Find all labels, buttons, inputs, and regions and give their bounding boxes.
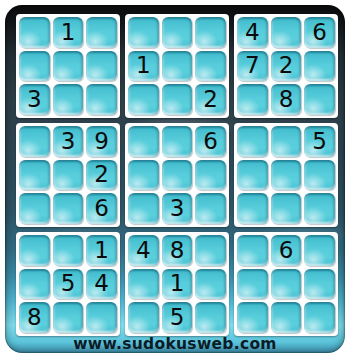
cell-r2c5[interactable]: [162, 51, 193, 82]
cell-r6c6[interactable]: [195, 193, 226, 224]
cell-r1c1[interactable]: [19, 17, 50, 48]
cell-r2c3[interactable]: [86, 51, 117, 82]
cell-r3c1[interactable]: 3: [19, 84, 50, 115]
cell-r4c8[interactable]: [271, 126, 302, 157]
cell-r3c9[interactable]: [304, 84, 335, 115]
cell-r3c4[interactable]: [128, 84, 159, 115]
cell-r4c5[interactable]: [162, 126, 193, 157]
cell-r7c7[interactable]: [237, 235, 268, 266]
cell-r9c2[interactable]: [53, 302, 84, 333]
cell-r8c5[interactable]: 1: [162, 269, 193, 300]
cell-r2c2[interactable]: [53, 51, 84, 82]
cell-r9c4[interactable]: [128, 302, 159, 333]
cell-r1c5[interactable]: [162, 17, 193, 48]
cell-r5c1[interactable]: [19, 160, 50, 191]
sudoku-box-5: 63: [125, 123, 229, 227]
cell-r1c3[interactable]: [86, 17, 117, 48]
cell-r6c1[interactable]: [19, 193, 50, 224]
cell-r8c7[interactable]: [237, 269, 268, 300]
cell-r2c4[interactable]: 1: [128, 51, 159, 82]
sudoku-box-9: 6: [234, 232, 338, 336]
sudoku-box-grid: 1312467283926635154848156: [16, 14, 338, 336]
cell-r4c7[interactable]: [237, 126, 268, 157]
cell-r2c1[interactable]: [19, 51, 50, 82]
cell-r9c9[interactable]: [304, 302, 335, 333]
cell-r5c9[interactable]: [304, 160, 335, 191]
cell-r5c3[interactable]: 2: [86, 160, 117, 191]
cell-r6c2[interactable]: [53, 193, 84, 224]
site-url-link[interactable]: www.sudokusweb.com: [5, 335, 345, 353]
cell-r8c2[interactable]: 5: [53, 269, 84, 300]
cell-r9c1[interactable]: 8: [19, 302, 50, 333]
cell-r3c8[interactable]: 8: [271, 84, 302, 115]
cell-r2c6[interactable]: [195, 51, 226, 82]
cell-r2c8[interactable]: 2: [271, 51, 302, 82]
sudoku-board: 1312467283926635154848156 www.sudokusweb…: [5, 5, 345, 353]
cell-r1c6[interactable]: [195, 17, 226, 48]
cell-r3c2[interactable]: [53, 84, 84, 115]
cell-r5c6[interactable]: [195, 160, 226, 191]
cell-r7c4[interactable]: 4: [128, 235, 159, 266]
cell-r5c8[interactable]: [271, 160, 302, 191]
cell-r9c6[interactable]: [195, 302, 226, 333]
cell-r8c8[interactable]: [271, 269, 302, 300]
sudoku-box-8: 4815: [125, 232, 229, 336]
sudoku-box-6: 5: [234, 123, 338, 227]
cell-r8c9[interactable]: [304, 269, 335, 300]
cell-r9c8[interactable]: [271, 302, 302, 333]
cell-r7c6[interactable]: [195, 235, 226, 266]
cell-r8c3[interactable]: 4: [86, 269, 117, 300]
cell-r3c5[interactable]: [162, 84, 193, 115]
cell-r2c9[interactable]: [304, 51, 335, 82]
cell-r8c6[interactable]: [195, 269, 226, 300]
sudoku-box-7: 1548: [16, 232, 120, 336]
sudoku-box-4: 3926: [16, 123, 120, 227]
cell-r6c4[interactable]: [128, 193, 159, 224]
cell-r3c3[interactable]: [86, 84, 117, 115]
cell-r6c9[interactable]: [304, 193, 335, 224]
cell-r8c1[interactable]: [19, 269, 50, 300]
cell-r3c7[interactable]: [237, 84, 268, 115]
cell-r7c8[interactable]: 6: [271, 235, 302, 266]
cell-r7c5[interactable]: 8: [162, 235, 193, 266]
cell-r5c5[interactable]: [162, 160, 193, 191]
cell-r5c4[interactable]: [128, 160, 159, 191]
cell-r4c9[interactable]: 5: [304, 126, 335, 157]
cell-r4c2[interactable]: 3: [53, 126, 84, 157]
cell-r3c6[interactable]: 2: [195, 84, 226, 115]
page: { "game": "sudoku", "position": ".1....4…: [0, 0, 350, 360]
cell-r7c1[interactable]: [19, 235, 50, 266]
cell-r5c7[interactable]: [237, 160, 268, 191]
sudoku-box-3: 46728: [234, 14, 338, 118]
cell-r1c2[interactable]: 1: [53, 17, 84, 48]
sudoku-box-2: 12: [125, 14, 229, 118]
cell-r1c8[interactable]: [271, 17, 302, 48]
cell-r1c9[interactable]: 6: [304, 17, 335, 48]
sudoku-box-1: 13: [16, 14, 120, 118]
cell-r4c1[interactable]: [19, 126, 50, 157]
cell-r2c7[interactable]: 7: [237, 51, 268, 82]
cell-r4c6[interactable]: 6: [195, 126, 226, 157]
cell-r7c3[interactable]: 1: [86, 235, 117, 266]
cell-r5c2[interactable]: [53, 160, 84, 191]
cell-r9c7[interactable]: [237, 302, 268, 333]
cell-r1c4[interactable]: [128, 17, 159, 48]
cell-r7c9[interactable]: [304, 235, 335, 266]
cell-r1c7[interactable]: 4: [237, 17, 268, 48]
cell-r6c8[interactable]: [271, 193, 302, 224]
cell-r9c5[interactable]: 5: [162, 302, 193, 333]
cell-r9c3[interactable]: [86, 302, 117, 333]
cell-r8c4[interactable]: [128, 269, 159, 300]
cell-r6c7[interactable]: [237, 193, 268, 224]
cell-r7c2[interactable]: [53, 235, 84, 266]
cell-r6c3[interactable]: 6: [86, 193, 117, 224]
cell-r4c4[interactable]: [128, 126, 159, 157]
cell-r6c5[interactable]: 3: [162, 193, 193, 224]
cell-r4c3[interactable]: 9: [86, 126, 117, 157]
